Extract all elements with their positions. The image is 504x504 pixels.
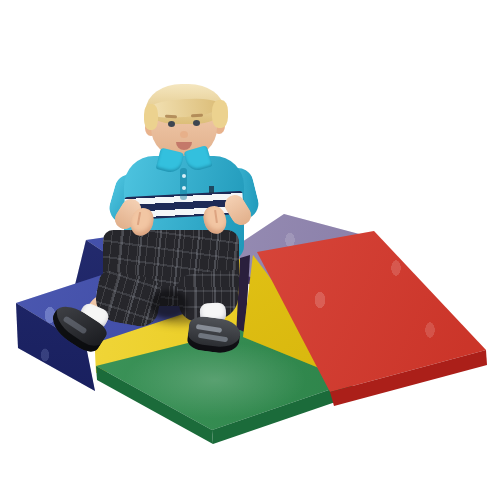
photo-canvas	[0, 0, 504, 504]
nose	[180, 131, 188, 138]
shirt-logo	[209, 186, 214, 193]
shirt-button	[182, 174, 186, 178]
left-eye	[168, 121, 175, 127]
button-placket	[180, 168, 187, 200]
shirt-button-2	[182, 186, 186, 190]
hair-left-side	[144, 104, 158, 130]
hair-right-side	[212, 100, 228, 128]
right-eye	[193, 120, 200, 126]
crotch-shadow	[150, 290, 188, 318]
